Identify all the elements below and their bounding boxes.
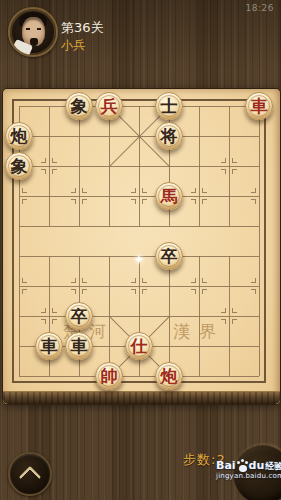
point-marker bbox=[232, 308, 237, 313]
point-marker bbox=[131, 278, 136, 283]
point-marker bbox=[82, 199, 87, 204]
grid-line bbox=[139, 106, 140, 226]
point-marker bbox=[82, 188, 87, 193]
sparkle-effect: ✦ bbox=[134, 252, 145, 267]
grid-line bbox=[49, 106, 50, 226]
baidu-logo-suffix: 经验 bbox=[265, 460, 281, 472]
piece-black-chariot[interactable]: 車 bbox=[65, 332, 93, 360]
point-marker bbox=[71, 188, 76, 193]
point-marker bbox=[131, 199, 136, 204]
piece-red-horse[interactable]: 馬 bbox=[155, 182, 183, 210]
point-marker bbox=[221, 169, 226, 174]
point-marker bbox=[191, 289, 196, 294]
point-marker bbox=[22, 289, 27, 294]
grid-line bbox=[229, 256, 230, 376]
paw-icon bbox=[237, 459, 249, 472]
clock: 18:26 bbox=[246, 3, 274, 13]
point-marker bbox=[52, 308, 57, 313]
player-rank: 小兵 bbox=[61, 37, 85, 54]
grid-line bbox=[259, 106, 260, 376]
point-marker bbox=[202, 199, 207, 204]
piece-black-general[interactable]: 将 bbox=[155, 122, 183, 150]
point-marker bbox=[142, 199, 147, 204]
avatar-eyes bbox=[26, 28, 41, 30]
grid-line bbox=[229, 106, 230, 226]
avatar[interactable] bbox=[8, 7, 58, 57]
piece-black-advisor[interactable]: 士 bbox=[155, 92, 183, 120]
piece-red-chariot[interactable]: 車 bbox=[245, 92, 273, 120]
level-title: 第36关 bbox=[61, 19, 104, 37]
point-marker bbox=[191, 278, 196, 283]
point-marker bbox=[22, 278, 27, 283]
point-marker bbox=[52, 319, 57, 324]
watermark-url: jingyan.baidu.com bbox=[216, 472, 281, 481]
point-marker bbox=[41, 308, 46, 313]
point-marker bbox=[82, 289, 87, 294]
board-bottom-edge bbox=[3, 391, 280, 404]
point-marker bbox=[142, 278, 147, 283]
point-marker bbox=[131, 289, 136, 294]
point-marker bbox=[71, 278, 76, 283]
chevron-up-icon bbox=[19, 466, 42, 489]
piece-black-cannon[interactable]: 炮 bbox=[5, 122, 33, 150]
grid-line bbox=[199, 256, 200, 376]
grid-line bbox=[199, 106, 200, 226]
point-marker bbox=[221, 158, 226, 163]
piece-black-soldier[interactable]: 卒 bbox=[65, 302, 93, 330]
point-marker bbox=[41, 158, 46, 163]
piece-red-general[interactable]: 帥 bbox=[95, 362, 123, 390]
point-marker bbox=[221, 308, 226, 313]
point-marker bbox=[232, 319, 237, 324]
grid-line bbox=[19, 226, 259, 227]
grid-line bbox=[19, 376, 259, 377]
baidu-watermark: Baidu经验 jingyan.baidu.com bbox=[216, 459, 281, 481]
game-screen: 18:26 第36关 小兵 楚河 漢界 象兵士車炮将象馬卒卒車車仕帥炮 ✦ 步数… bbox=[0, 0, 281, 500]
point-marker bbox=[202, 188, 207, 193]
point-marker bbox=[71, 289, 76, 294]
grid-line bbox=[79, 106, 80, 226]
point-marker bbox=[131, 188, 136, 193]
point-marker bbox=[41, 169, 46, 174]
point-marker bbox=[251, 199, 256, 204]
point-marker bbox=[52, 169, 57, 174]
point-marker bbox=[251, 278, 256, 283]
piece-black-chariot[interactable]: 車 bbox=[35, 332, 63, 360]
point-marker bbox=[22, 199, 27, 204]
point-marker bbox=[232, 158, 237, 163]
point-marker bbox=[191, 188, 196, 193]
baidu-logo-du: du bbox=[249, 460, 265, 472]
point-marker bbox=[52, 158, 57, 163]
expand-button[interactable] bbox=[8, 452, 52, 496]
baidu-logo-bai: Bai bbox=[216, 460, 236, 472]
piece-red-soldier[interactable]: 兵 bbox=[95, 92, 123, 120]
point-marker bbox=[41, 319, 46, 324]
point-marker bbox=[142, 188, 147, 193]
point-marker bbox=[71, 199, 76, 204]
point-marker bbox=[251, 289, 256, 294]
piece-black-elephant[interactable]: 象 bbox=[5, 152, 33, 180]
point-marker bbox=[202, 289, 207, 294]
point-marker bbox=[232, 169, 237, 174]
point-marker bbox=[191, 199, 196, 204]
piece-black-soldier[interactable]: 卒 bbox=[155, 242, 183, 270]
point-marker bbox=[142, 289, 147, 294]
piece-black-elephant[interactable]: 象 bbox=[65, 92, 93, 120]
point-marker bbox=[251, 188, 256, 193]
point-marker bbox=[202, 278, 207, 283]
piece-red-advisor[interactable]: 仕 bbox=[125, 332, 153, 360]
point-marker bbox=[22, 188, 27, 193]
piece-red-cannon[interactable]: 炮 bbox=[155, 362, 183, 390]
xiangqi-board[interactable]: 楚河 漢界 象兵士車炮将象馬卒卒車車仕帥炮 ✦ bbox=[2, 88, 281, 405]
point-marker bbox=[82, 278, 87, 283]
river-label-right: 漢界 bbox=[173, 320, 225, 343]
baidu-logo: Baidu经验 bbox=[216, 459, 281, 472]
